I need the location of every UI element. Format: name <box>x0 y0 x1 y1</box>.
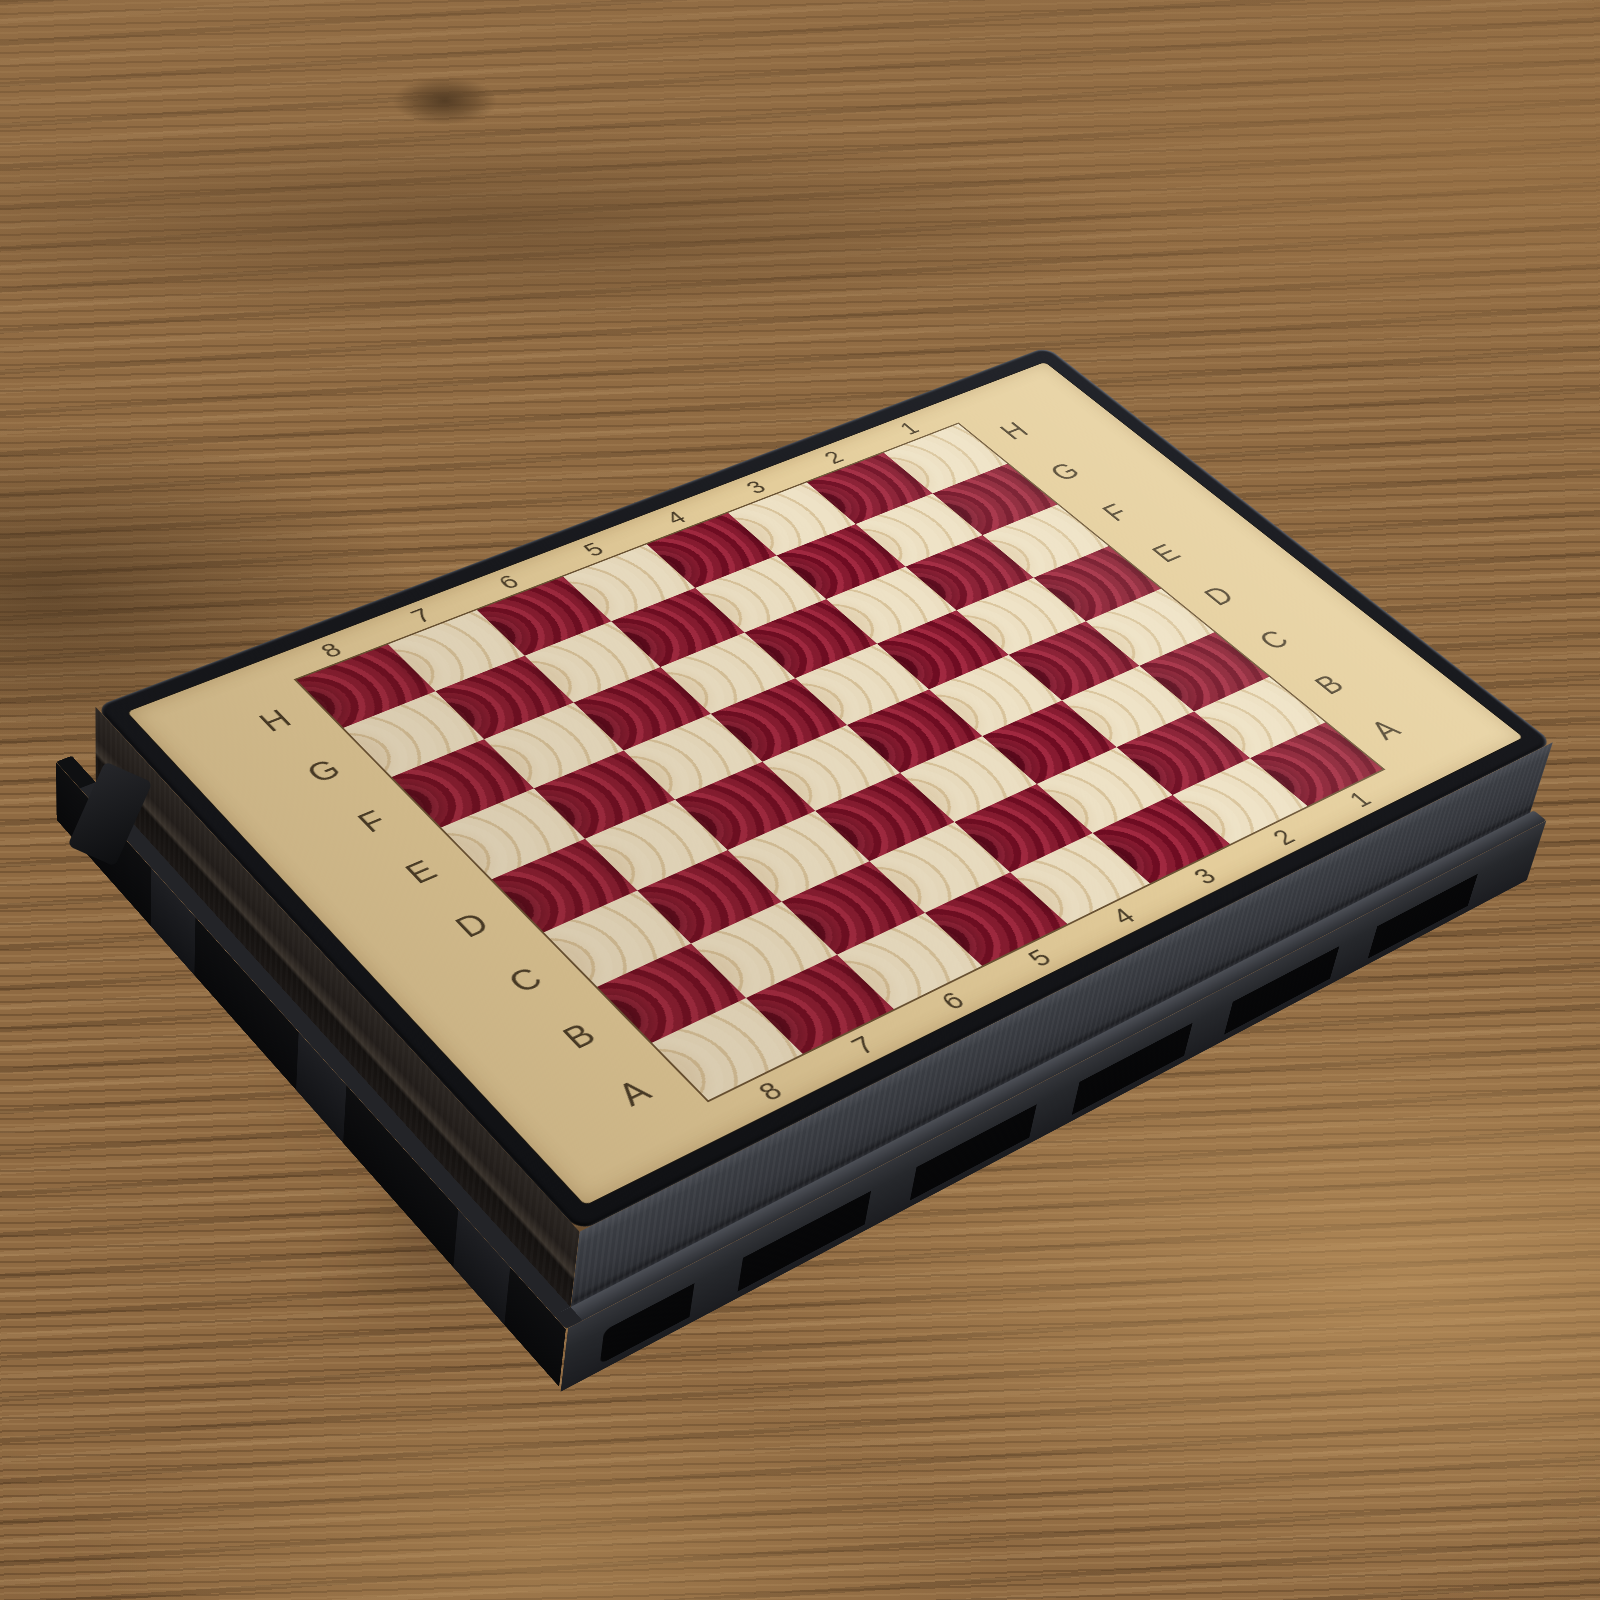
photo-of-travel-chess-set: HGFEDCBA HGFEDCBA 12345678 12345678 <box>0 0 1600 1600</box>
photo-vignette <box>0 0 1600 1600</box>
